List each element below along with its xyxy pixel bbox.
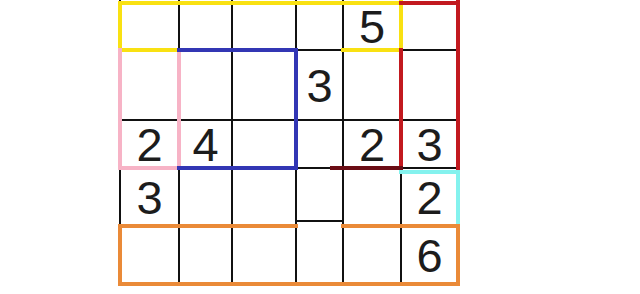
given-digit-r2c4: 3 [306, 62, 332, 109]
suguru-board: 532423326 [120, 0, 464, 294]
cell-r4c4[interactable] [296, 168, 343, 226]
orange-cage-segment-2 [118, 224, 122, 286]
yellow-cage-segment-2 [399, 0, 403, 52]
puzzle-screenshot: 532423326 [0, 0, 640, 294]
cell-r1c3[interactable] [232, 3, 296, 50]
cell-r3c5[interactable]: 2 [343, 120, 401, 168]
orange-cage-segment-3 [456, 224, 460, 286]
cell-r5c4[interactable] [296, 226, 343, 284]
cell-r4c3[interactable] [232, 168, 296, 226]
grid-vline-4 [342, 0, 344, 286]
cell-r4c5[interactable] [343, 168, 401, 226]
orange-cage-segment-0 [118, 224, 298, 228]
red-cage-segment-2 [456, 0, 460, 170]
cell-r2c3[interactable] [232, 50, 296, 120]
orange-cage-segment-4 [118, 282, 460, 286]
cell-r5c2[interactable] [179, 226, 232, 284]
cell-r2c4[interactable]: 3 [296, 50, 343, 120]
blue-cage-segment-0 [177, 48, 298, 52]
cell-r3c2[interactable]: 4 [179, 120, 232, 168]
cell-r1c1[interactable] [120, 3, 179, 50]
given-digit-r4c6: 2 [416, 174, 442, 221]
yellow-cage-segment-3 [118, 48, 181, 52]
cell-r1c5[interactable]: 5 [343, 3, 401, 50]
cell-r3c6[interactable]: 3 [401, 120, 458, 168]
cell-r3c3[interactable] [232, 120, 296, 168]
given-digit-r3c1: 2 [136, 121, 162, 168]
black-cage-edge-under-col4-segment-0 [295, 220, 344, 222]
grid-vline-2 [231, 0, 233, 286]
given-digit-r3c5: 2 [359, 121, 385, 168]
yellow-cage-segment-1 [118, 1, 122, 52]
grid-hline-2 [120, 119, 458, 121]
cell-r5c6[interactable]: 6 [401, 226, 458, 284]
cell-r3c4[interactable] [296, 120, 343, 168]
given-digit-r3c2: 4 [192, 121, 218, 168]
red-cage-segment-0 [399, 1, 460, 5]
given-digit-r1c5: 5 [359, 3, 385, 50]
given-digit-r4c1: 3 [136, 174, 162, 221]
pink-cage-segment-2 [118, 166, 181, 170]
pink-cage-segment-0 [118, 48, 122, 170]
cell-r2c1[interactable] [120, 50, 179, 120]
cell-r5c5[interactable] [343, 226, 401, 284]
given-digit-r5c6: 6 [416, 232, 442, 279]
cell-r4c1[interactable]: 3 [120, 168, 179, 226]
given-digit-r3c6: 3 [416, 121, 442, 168]
cell-r4c2[interactable] [179, 168, 232, 226]
yellow-cage-segment-0 [118, 1, 403, 5]
pink-cage-segment-1 [177, 48, 181, 170]
yellow-cage-segment-4 [341, 48, 403, 52]
cell-r1c6[interactable] [401, 3, 458, 50]
cyan-cage-segment-0 [399, 170, 460, 174]
maroon-cage-edge-segment-0 [330, 166, 403, 170]
cell-r4c6[interactable]: 2 [401, 168, 458, 226]
cell-r1c4[interactable] [296, 3, 343, 50]
cell-r3c1[interactable]: 2 [120, 120, 179, 168]
cell-r1c2[interactable] [179, 3, 232, 50]
cell-r2c5[interactable] [343, 50, 401, 120]
blue-cage-segment-2 [177, 166, 298, 170]
cell-r5c1[interactable] [120, 226, 179, 284]
orange-cage-segment-1 [341, 224, 460, 228]
blue-cage-segment-1 [294, 48, 298, 170]
cell-r2c6[interactable] [401, 50, 458, 120]
cell-r5c3[interactable] [232, 226, 296, 284]
red-cage-segment-1 [399, 48, 403, 170]
cyan-cage-segment-1 [456, 170, 460, 228]
cell-r2c2[interactable] [179, 50, 232, 120]
